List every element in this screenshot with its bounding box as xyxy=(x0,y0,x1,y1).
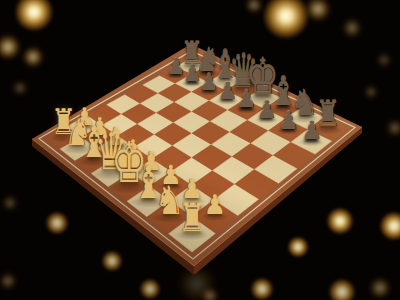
black-pawn-g7[interactable]: ♟ xyxy=(278,108,298,133)
black-pawn-f7[interactable]: ♟ xyxy=(257,98,277,122)
black-pawn-c7[interactable]: ♟ xyxy=(200,70,219,93)
chess-scene: ♜♞♝♛♚♝♞♜♟♟♟♟♟♟♟♟♟♟♟♟♟♟♟♟♜♞♝♛♚♝♞♜ xyxy=(0,0,400,300)
black-pawn-b7[interactable]: ♟ xyxy=(183,62,202,85)
white-pawn-h2[interactable]: ♟ xyxy=(204,192,226,219)
black-pawn-d7[interactable]: ♟ xyxy=(217,79,236,103)
black-pawn-h7[interactable]: ♟ xyxy=(301,119,322,144)
white-rook-h1[interactable]: ♜ xyxy=(178,198,206,237)
black-pawn-e7[interactable]: ♟ xyxy=(236,88,256,112)
